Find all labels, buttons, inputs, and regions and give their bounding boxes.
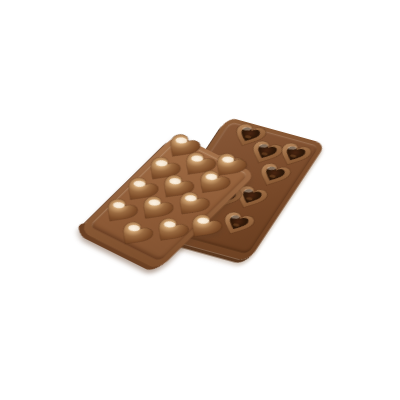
- product-photo-stage: [0, 0, 400, 400]
